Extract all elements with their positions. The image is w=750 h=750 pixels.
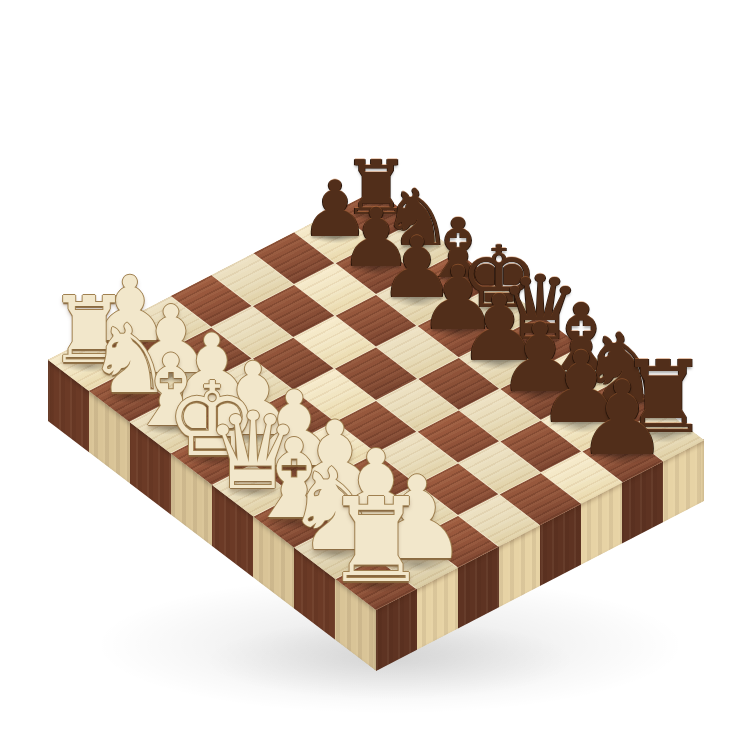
piece-white-rook-a1[interactable]: ♜ xyxy=(324,482,429,599)
product-photo-canvas: ♜♞♝♛♚♝♞♜♟♟♟♟♟♟♟♟♟♟♟♟♟♟♟♟♜♞♝♛♚♝♞♜ xyxy=(0,0,750,750)
piece-black-pawn-a7[interactable]: ♟ xyxy=(576,367,668,469)
